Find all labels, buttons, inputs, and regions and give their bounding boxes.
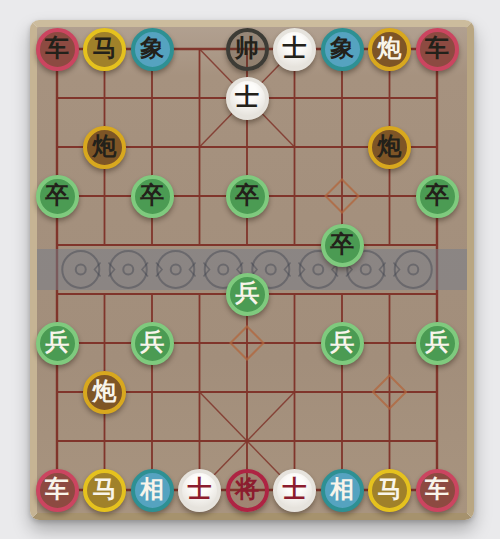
piece-knight-b1[interactable]: 马 xyxy=(83,28,126,71)
square-g10: 相 xyxy=(318,466,366,515)
piece-pawn-g7[interactable]: 兵 xyxy=(321,322,364,365)
piece-pawn-c7[interactable]: 兵 xyxy=(131,322,174,365)
piece-glyph: 相 xyxy=(140,477,164,501)
piece-glyph: 马 xyxy=(378,477,402,501)
square-g5: 卒 xyxy=(318,221,366,270)
piece-glyph: 卒 xyxy=(425,183,449,207)
piece-pawn-g5[interactable]: 卒 xyxy=(321,224,364,267)
square-c1: 象 xyxy=(128,25,176,74)
square-c4: 卒 xyxy=(128,172,176,221)
square-e10: 将 xyxy=(223,466,271,515)
piece-glyph: 卒 xyxy=(330,232,354,256)
square-g1: 象 xyxy=(318,25,366,74)
piece-advisor-d10[interactable]: 士 xyxy=(178,469,221,512)
piece-elephant-g1[interactable]: 象 xyxy=(321,28,364,71)
piece-pawn-e4[interactable]: 卒 xyxy=(226,175,269,218)
piece-rook-a1[interactable]: 车 xyxy=(36,28,79,71)
board-grid[interactable]: 车马象帅士象炮车士炮炮卒卒卒卒卒兵兵兵兵兵炮车马相士将士相马车 xyxy=(33,25,461,515)
square-d10: 士 xyxy=(176,466,224,515)
piece-elephant-c10[interactable]: 相 xyxy=(131,469,174,512)
square-b1: 马 xyxy=(81,25,129,74)
square-a7: 兵 xyxy=(33,319,81,368)
piece-cannon-h3[interactable]: 炮 xyxy=(368,126,411,169)
piece-knight-h10[interactable]: 马 xyxy=(368,469,411,512)
piece-pawn-i7[interactable]: 兵 xyxy=(416,322,459,365)
square-b3: 炮 xyxy=(81,123,129,172)
piece-glyph: 兵 xyxy=(235,281,259,305)
piece-pawn-e6[interactable]: 兵 xyxy=(226,273,269,316)
piece-glyph: 炮 xyxy=(378,134,402,158)
square-g7: 兵 xyxy=(318,319,366,368)
piece-glyph: 相 xyxy=(330,477,354,501)
piece-advisor-e2[interactable]: 士 xyxy=(226,77,269,120)
piece-glyph: 帅 xyxy=(235,36,259,60)
piece-glyph: 兵 xyxy=(140,330,164,354)
piece-elephant-g10[interactable]: 相 xyxy=(321,469,364,512)
piece-pawn-c4[interactable]: 卒 xyxy=(131,175,174,218)
piece-cannon-b8[interactable]: 炮 xyxy=(83,371,126,414)
piece-pawn-i4[interactable]: 卒 xyxy=(416,175,459,218)
square-c7: 兵 xyxy=(128,319,176,368)
square-c10: 相 xyxy=(128,466,176,515)
piece-glyph: 士 xyxy=(235,85,259,109)
piece-rook-a10[interactable]: 车 xyxy=(36,469,79,512)
piece-pawn-a7[interactable]: 兵 xyxy=(36,322,79,365)
piece-glyph: 卒 xyxy=(45,183,69,207)
square-b10: 马 xyxy=(81,466,129,515)
piece-glyph: 车 xyxy=(425,477,449,501)
piece-glyph: 士 xyxy=(188,477,212,501)
square-i4: 卒 xyxy=(413,172,461,221)
square-b8: 炮 xyxy=(81,368,129,417)
piece-glyph: 炮 xyxy=(93,379,117,403)
square-f1: 士 xyxy=(271,25,319,74)
piece-advisor-f1[interactable]: 士 xyxy=(273,28,316,71)
piece-glyph: 兵 xyxy=(330,330,354,354)
square-a1: 车 xyxy=(33,25,81,74)
piece-glyph: 车 xyxy=(45,36,69,60)
piece-glyph: 士 xyxy=(283,36,307,60)
piece-elephant-c1[interactable]: 象 xyxy=(131,28,174,71)
piece-pawn-a4[interactable]: 卒 xyxy=(36,175,79,218)
piece-cannon-b3[interactable]: 炮 xyxy=(83,126,126,169)
piece-glyph: 兵 xyxy=(45,330,69,354)
square-i1: 车 xyxy=(413,25,461,74)
square-i7: 兵 xyxy=(413,319,461,368)
xiangqi-board-card: 车马象帅士象炮车士炮炮卒卒卒卒卒兵兵兵兵兵炮车马相士将士相马车 xyxy=(30,20,474,520)
piece-rook-i1[interactable]: 车 xyxy=(416,28,459,71)
square-h10: 马 xyxy=(366,466,414,515)
square-a4: 卒 xyxy=(33,172,81,221)
square-h3: 炮 xyxy=(366,123,414,172)
piece-advisor-f10[interactable]: 士 xyxy=(273,469,316,512)
piece-glyph: 马 xyxy=(93,477,117,501)
piece-glyph: 炮 xyxy=(93,134,117,158)
piece-king-e10[interactable]: 将 xyxy=(226,469,269,512)
piece-cannon-h1[interactable]: 炮 xyxy=(368,28,411,71)
square-e4: 卒 xyxy=(223,172,271,221)
piece-glyph: 将 xyxy=(235,477,259,501)
piece-glyph: 兵 xyxy=(425,330,449,354)
piece-glyph: 卒 xyxy=(235,183,259,207)
square-a10: 车 xyxy=(33,466,81,515)
piece-glyph: 士 xyxy=(283,477,307,501)
piece-glyph: 车 xyxy=(425,36,449,60)
square-i10: 车 xyxy=(413,466,461,515)
piece-glyph: 卒 xyxy=(140,183,164,207)
square-e1: 帅 xyxy=(223,25,271,74)
piece-glyph: 马 xyxy=(93,36,117,60)
piece-glyph: 象 xyxy=(140,36,164,60)
piece-king-e1[interactable]: 帅 xyxy=(226,28,269,71)
piece-rook-i10[interactable]: 车 xyxy=(416,469,459,512)
piece-glyph: 炮 xyxy=(378,36,402,60)
piece-knight-b10[interactable]: 马 xyxy=(83,469,126,512)
piece-glyph: 象 xyxy=(330,36,354,60)
square-e6: 兵 xyxy=(223,270,271,319)
square-e2: 士 xyxy=(223,74,271,123)
piece-glyph: 车 xyxy=(45,477,69,501)
square-h1: 炮 xyxy=(366,25,414,74)
page-background: { "game": "xiangqi", "window": { "backgr… xyxy=(0,0,500,539)
square-f10: 士 xyxy=(271,466,319,515)
